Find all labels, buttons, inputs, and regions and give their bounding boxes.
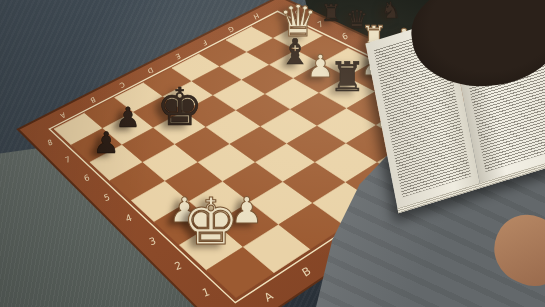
photo-stage: AABBCCDDEEFFGGHH1122334455667788 ♜♛♞♜♝♟♟… [0,0,545,307]
